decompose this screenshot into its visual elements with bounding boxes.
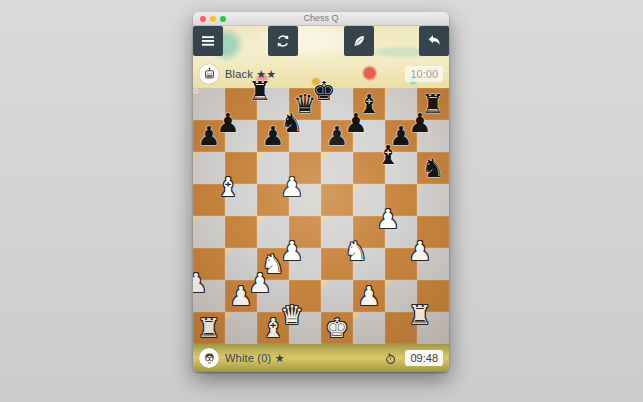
white-player-bar: White (0) ★ 09:48: [193, 344, 449, 372]
square-f1[interactable]: [353, 312, 359, 318]
square-a8[interactable]: [193, 88, 199, 94]
square-e1[interactable]: ♚: [321, 312, 353, 344]
square-b1[interactable]: [225, 312, 231, 318]
square-f3[interactable]: ♞: [353, 248, 359, 254]
white-king[interactable]: ♚: [325, 312, 348, 344]
square-c6[interactable]: [257, 152, 263, 158]
white-player-name: White (0) ★: [225, 352, 378, 365]
square-c8[interactable]: ♜: [257, 88, 263, 94]
white-rook[interactable]: ♜: [408, 299, 431, 331]
black-pawn[interactable]: ♟: [216, 107, 239, 139]
square-a2[interactable]: ♟: [193, 280, 199, 286]
window-title: Chess Q: [193, 12, 449, 25]
square-a6[interactable]: [193, 152, 199, 158]
traffic-lights: [200, 16, 226, 22]
white-pawn[interactable]: ♟: [248, 267, 271, 299]
black-pawn[interactable]: ♟: [408, 107, 431, 139]
menu-button[interactable]: [193, 26, 223, 56]
new-game-button[interactable]: [268, 26, 298, 56]
undo-button[interactable]: [419, 26, 449, 56]
square-a1[interactable]: ♜: [193, 312, 225, 344]
undo-arrow-icon: [426, 33, 442, 49]
white-pawn[interactable]: ♟: [357, 280, 380, 312]
square-e2[interactable]: [321, 280, 327, 286]
square-g2[interactable]: [385, 280, 391, 286]
square-g6[interactable]: ♝: [385, 152, 391, 158]
square-e4[interactable]: [321, 216, 327, 222]
black-knight[interactable]: ♞: [280, 107, 303, 139]
close-button[interactable]: [200, 16, 206, 22]
square-c4[interactable]: [257, 216, 263, 222]
square-b3[interactable]: [225, 248, 231, 254]
square-a4[interactable]: [193, 216, 199, 222]
white-knight[interactable]: ♞: [344, 235, 367, 267]
black-rook[interactable]: ♜: [248, 75, 271, 107]
square-f5[interactable]: [353, 184, 359, 190]
square-d1[interactable]: ♛: [289, 312, 295, 318]
feather-icon: [351, 33, 367, 49]
square-h6[interactable]: ♞: [417, 152, 449, 184]
square-b5[interactable]: ♝: [225, 184, 231, 190]
square-h7[interactable]: ♟: [417, 120, 423, 126]
square-h3[interactable]: ♟: [417, 248, 423, 254]
white-pawn[interactable]: ♟: [376, 203, 399, 235]
square-d3[interactable]: ♟: [289, 248, 295, 254]
desktop-background: Chess Q: [0, 0, 643, 402]
chess-board: ♜♛♚♝♜♟♟♟♞♟♟♟♟♝♞♝♟♟♞♟♞♟♟♟♟♟♜♝♛♚♜: [193, 88, 449, 344]
square-f7[interactable]: ♟: [353, 120, 359, 126]
black-knight[interactable]: ♞: [421, 152, 444, 184]
stopwatch-icon: [384, 352, 397, 365]
refresh-icon: [275, 33, 291, 49]
square-b7[interactable]: ♟: [225, 120, 231, 126]
minimize-button[interactable]: [210, 16, 216, 22]
white-avatar: [199, 348, 219, 368]
white-pawn[interactable]: ♟: [280, 235, 303, 267]
black-bishop[interactable]: ♝: [376, 139, 399, 171]
square-e6[interactable]: [321, 152, 327, 158]
square-h1[interactable]: ♜: [417, 312, 423, 318]
black-clock: 10:00: [405, 66, 443, 82]
square-e5[interactable]: [321, 184, 353, 216]
notation-button[interactable]: [344, 26, 374, 56]
white-rook[interactable]: ♜: [197, 312, 220, 344]
square-c2[interactable]: ♟: [257, 280, 263, 286]
robot-icon: [202, 67, 217, 82]
app-window: Chess Q: [193, 12, 449, 372]
white-queen[interactable]: ♛: [280, 299, 303, 331]
person-glasses-icon: [202, 351, 217, 366]
square-g4[interactable]: ♟: [385, 216, 391, 222]
fullscreen-button[interactable]: [220, 16, 226, 22]
titlebar: Chess Q: [193, 12, 449, 26]
white-bishop[interactable]: ♝: [216, 171, 239, 203]
white-pawn[interactable]: ♟: [280, 171, 303, 203]
toolbar: [193, 26, 449, 60]
square-h5[interactable]: [417, 184, 423, 190]
black-pawn[interactable]: ♟: [344, 107, 367, 139]
square-g8[interactable]: [385, 88, 391, 94]
white-pawn[interactable]: ♟: [408, 235, 431, 267]
white-pawn[interactable]: ♟: [193, 267, 208, 299]
square-d5[interactable]: ♟: [289, 184, 295, 190]
square-e8[interactable]: ♚: [321, 88, 327, 94]
square-b4[interactable]: [225, 216, 257, 248]
black-king[interactable]: ♚: [312, 75, 335, 107]
hamburger-menu-icon: [200, 33, 216, 49]
square-f2[interactable]: ♟: [353, 280, 385, 312]
white-clock: 09:48: [405, 350, 443, 366]
black-avatar: [199, 64, 219, 84]
square-d7[interactable]: ♞: [289, 120, 295, 126]
